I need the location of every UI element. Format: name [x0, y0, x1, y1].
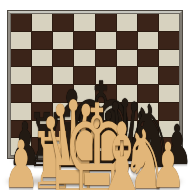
chess-set-photo: ♟♜♝♚♛♞♟♟♜♛♚♝♞♟ [0, 0, 190, 190]
pieces-layer: ♟♜♝♚♛♞♟♟♜♛♚♝♞♟ [0, 0, 190, 190]
light-pawn-right-piece: ♟ [151, 135, 185, 190]
